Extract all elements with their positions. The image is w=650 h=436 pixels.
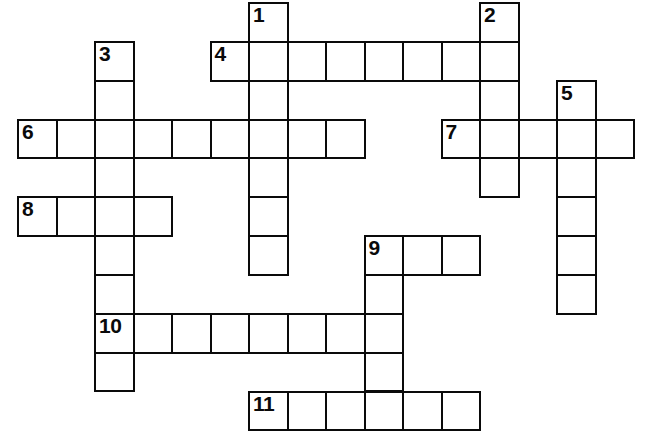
clue-number: 2	[484, 4, 495, 26]
grid-cell[interactable]	[94, 196, 135, 237]
grid-cell[interactable]	[364, 313, 405, 354]
clue-number: 7	[446, 121, 457, 143]
grid-cell[interactable]	[364, 274, 405, 315]
grid-cell[interactable]	[325, 391, 366, 432]
grid-cell[interactable]	[556, 274, 597, 315]
grid-cell[interactable]	[441, 235, 482, 276]
grid-cell[interactable]	[556, 235, 597, 276]
grid-cell[interactable]	[595, 119, 636, 160]
clue-number: 3	[99, 43, 110, 65]
grid-cell[interactable]: 3	[94, 41, 135, 82]
grid-cell[interactable]	[402, 41, 443, 82]
grid-cell[interactable]	[402, 391, 443, 432]
grid-cell[interactable]	[479, 157, 520, 198]
grid-cell[interactable]	[364, 352, 405, 393]
clue-number: 10	[99, 315, 121, 337]
grid-cell[interactable]	[171, 313, 212, 354]
grid-cell[interactable]	[56, 196, 97, 237]
clue-number: 11	[253, 393, 274, 415]
grid-cell[interactable]	[479, 119, 520, 160]
grid-cell[interactable]: 11	[248, 391, 289, 432]
grid-cell[interactable]	[441, 41, 482, 82]
grid-cell[interactable]	[248, 235, 289, 276]
grid-cell[interactable]	[287, 391, 328, 432]
grid-cell[interactable]	[248, 157, 289, 198]
grid-cell[interactable]	[325, 313, 366, 354]
grid-cell[interactable]: 5	[556, 80, 597, 121]
grid-cell[interactable]	[94, 352, 135, 393]
grid-cell[interactable]	[94, 274, 135, 315]
grid-cell[interactable]: 6	[17, 119, 58, 160]
grid-cell[interactable]	[287, 41, 328, 82]
grid-cell[interactable]	[518, 119, 559, 160]
grid-cell[interactable]	[364, 391, 405, 432]
grid-cell[interactable]	[133, 119, 174, 160]
grid-cell[interactable]	[210, 119, 251, 160]
grid-cell[interactable]	[556, 196, 597, 237]
grid-cell[interactable]: 8	[17, 196, 58, 237]
grid-cell[interactable]	[479, 80, 520, 121]
grid-cell[interactable]	[210, 313, 251, 354]
clue-number: 8	[22, 198, 33, 220]
grid-cell[interactable]: 4	[210, 41, 251, 82]
clue-number: 6	[22, 121, 33, 143]
grid-cell[interactable]: 1	[248, 2, 289, 43]
grid-cell[interactable]	[287, 313, 328, 354]
grid-cell[interactable]	[556, 119, 597, 160]
grid-cell[interactable]: 2	[479, 2, 520, 43]
grid-cell[interactable]	[402, 235, 443, 276]
grid-cell[interactable]	[94, 80, 135, 121]
grid-cell[interactable]	[287, 119, 328, 160]
grid-cell[interactable]	[248, 119, 289, 160]
grid-cell[interactable]	[248, 196, 289, 237]
grid-cell[interactable]	[556, 157, 597, 198]
grid-cell[interactable]	[133, 196, 174, 237]
grid-cell[interactable]	[479, 41, 520, 82]
grid-cell[interactable]	[325, 41, 366, 82]
grid-cell[interactable]	[364, 41, 405, 82]
clue-number: 9	[369, 237, 380, 259]
grid-cell[interactable]	[94, 235, 135, 276]
clue-number: 4	[215, 43, 226, 65]
grid-cell[interactable]	[441, 391, 482, 432]
clue-number: 5	[561, 82, 572, 104]
crossword-board: 1234567891011	[18, 3, 636, 432]
crossword-diagram: 1234567891011	[0, 0, 650, 436]
grid-cell[interactable]	[171, 119, 212, 160]
grid-cell[interactable]	[94, 157, 135, 198]
grid-cell[interactable]	[94, 119, 135, 160]
grid-cell[interactable]	[56, 119, 97, 160]
grid-cell[interactable]	[248, 41, 289, 82]
clue-number: 1	[253, 4, 264, 26]
grid-cell[interactable]	[248, 313, 289, 354]
grid-cell[interactable]	[325, 119, 366, 160]
grid-cell[interactable]: 7	[441, 119, 482, 160]
grid-cell[interactable]	[248, 80, 289, 121]
grid-cell[interactable]: 9	[364, 235, 405, 276]
grid-cell[interactable]	[133, 313, 174, 354]
grid-cell[interactable]: 10	[94, 313, 135, 354]
